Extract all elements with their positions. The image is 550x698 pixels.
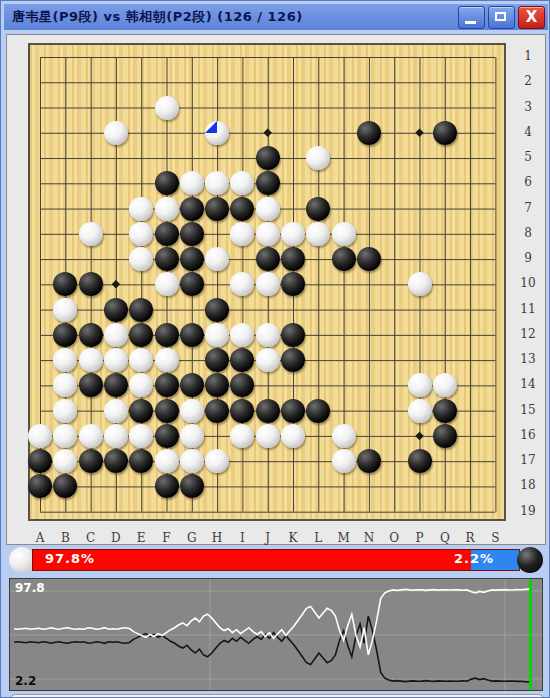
white-stone[interactable]: [79, 348, 103, 372]
column-label: O: [383, 531, 405, 545]
row-label: 6: [515, 175, 541, 189]
black-stone[interactable]: [28, 449, 52, 473]
black-stone[interactable]: [79, 373, 103, 397]
black-stone[interactable]: [408, 449, 432, 473]
row-label: 8: [515, 226, 541, 240]
graph-bottom-value: 2.2: [15, 674, 36, 688]
board-panel: ABCDEFGHIJKLMNOPQRS 12345678910111213141…: [6, 34, 546, 545]
black-stone[interactable]: [306, 197, 330, 221]
black-stone[interactable]: [357, 449, 381, 473]
winrate-graph[interactable]: 97.8 2.2: [9, 578, 543, 691]
black-stone[interactable]: [155, 474, 179, 498]
black-stone[interactable]: [104, 298, 128, 322]
black-stone[interactable]: [180, 373, 204, 397]
row-label: 2: [515, 74, 541, 88]
white-stone[interactable]: [281, 222, 305, 246]
white-stone[interactable]: [129, 424, 153, 448]
black-stone[interactable]: [256, 171, 280, 195]
white-stone[interactable]: [408, 399, 432, 423]
close-icon: X: [519, 8, 544, 27]
black-stone[interactable]: [230, 399, 254, 423]
white-stone[interactable]: [129, 222, 153, 246]
white-stone[interactable]: [256, 348, 280, 372]
row-label: 9: [515, 251, 541, 265]
black-stone[interactable]: [155, 424, 179, 448]
white-stone[interactable]: [104, 348, 128, 372]
column-label: M: [333, 531, 355, 545]
white-stone[interactable]: [104, 424, 128, 448]
black-stone[interactable]: [281, 348, 305, 372]
column-label: E: [130, 531, 152, 545]
black-stone[interactable]: [433, 424, 457, 448]
column-label: C: [80, 531, 102, 545]
column-label: H: [206, 531, 228, 545]
row-label: 5: [515, 150, 541, 164]
black-stone[interactable]: [180, 197, 204, 221]
black-stone[interactable]: [155, 373, 179, 397]
row-label: 18: [515, 478, 541, 492]
minimize-icon: [465, 21, 476, 24]
column-label: P: [409, 531, 431, 545]
column-label: S: [484, 531, 506, 545]
black-stone[interactable]: [306, 399, 330, 423]
column-label: R: [459, 531, 481, 545]
collapsed-panel-edge[interactable]: [9, 694, 545, 698]
black-stone[interactable]: [205, 298, 229, 322]
white-stone[interactable]: [433, 373, 457, 397]
white-stone[interactable]: [155, 272, 179, 296]
white-stone[interactable]: [205, 247, 229, 271]
black-stone[interactable]: [79, 449, 103, 473]
black-stone[interactable]: [332, 247, 356, 271]
white-stone[interactable]: [180, 171, 204, 195]
row-label: 11: [515, 302, 541, 316]
black-stone[interactable]: [256, 399, 280, 423]
black-stone[interactable]: [180, 247, 204, 271]
row-label: 17: [515, 453, 541, 467]
black-stone[interactable]: [357, 121, 381, 145]
row-label: 16: [515, 428, 541, 442]
white-stone[interactable]: [79, 424, 103, 448]
go-review-window: 唐韦星(P9段) vs 韩相朝(P2段) (126 / 126) X ABCDE…: [0, 0, 550, 698]
black-stone[interactable]: [205, 197, 229, 221]
black-stone[interactable]: [79, 272, 103, 296]
column-label: I: [231, 531, 253, 545]
white-stone[interactable]: [28, 424, 52, 448]
white-stone[interactable]: [53, 399, 77, 423]
window-title: 唐韦星(P9段) vs 韩相朝(P2段) (126 / 126): [4, 8, 303, 26]
white-stone[interactable]: [408, 373, 432, 397]
white-stone[interactable]: [256, 272, 280, 296]
white-stone[interactable]: [180, 449, 204, 473]
column-label: B: [54, 531, 76, 545]
white-stone[interactable]: [256, 424, 280, 448]
row-label: 14: [515, 377, 541, 391]
graph-top-value: 97.8: [15, 581, 45, 595]
white-stone[interactable]: [256, 222, 280, 246]
black-stone[interactable]: [281, 247, 305, 271]
black-stone[interactable]: [281, 399, 305, 423]
black-stone[interactable]: [357, 247, 381, 271]
black-player-stone-icon: [517, 547, 543, 573]
black-stone[interactable]: [104, 449, 128, 473]
go-board[interactable]: [28, 43, 506, 521]
column-label: Q: [434, 531, 456, 545]
white-stone[interactable]: [332, 424, 356, 448]
column-label: N: [358, 531, 380, 545]
minimize-button[interactable]: [458, 6, 485, 29]
row-label: 4: [515, 125, 541, 139]
row-label: 7: [515, 201, 541, 215]
column-label: A: [29, 531, 51, 545]
row-label: 10: [515, 276, 541, 290]
white-stone[interactable]: [205, 121, 229, 145]
white-stone[interactable]: [104, 121, 128, 145]
column-label: G: [181, 531, 203, 545]
title-bar[interactable]: 唐韦星(P9段) vs 韩相朝(P2段) (126 / 126) X: [4, 4, 548, 30]
last-move-marker-icon: [205, 121, 217, 133]
white-stone[interactable]: [408, 272, 432, 296]
white-stone[interactable]: [104, 399, 128, 423]
white-stone[interactable]: [180, 424, 204, 448]
white-stone[interactable]: [306, 222, 330, 246]
black-stone[interactable]: [53, 323, 77, 347]
white-stone[interactable]: [205, 323, 229, 347]
row-label: 12: [515, 327, 541, 341]
black-stone[interactable]: [79, 323, 103, 347]
black-stone[interactable]: [129, 323, 153, 347]
black-stone[interactable]: [180, 272, 204, 296]
white-stone[interactable]: [155, 96, 179, 120]
black-stone[interactable]: [180, 323, 204, 347]
white-winrate-label: 97.8%: [45, 551, 95, 566]
white-stone[interactable]: [332, 222, 356, 246]
maximize-button[interactable]: [488, 6, 515, 29]
white-stone[interactable]: [155, 197, 179, 221]
black-stone[interactable]: [180, 222, 204, 246]
black-winrate-label: 2.2%: [434, 551, 494, 566]
black-stone[interactable]: [433, 121, 457, 145]
row-label: 1: [515, 49, 541, 63]
black-stone[interactable]: [205, 399, 229, 423]
black-stone[interactable]: [155, 171, 179, 195]
black-stone[interactable]: [155, 323, 179, 347]
row-label: 15: [515, 403, 541, 417]
white-stone[interactable]: [155, 449, 179, 473]
white-stone[interactable]: [79, 222, 103, 246]
black-stone[interactable]: [281, 323, 305, 347]
black-stone[interactable]: [155, 222, 179, 246]
black-stone[interactable]: [129, 298, 153, 322]
column-label: F: [156, 531, 178, 545]
black-stone[interactable]: [256, 146, 280, 170]
black-stone[interactable]: [155, 399, 179, 423]
column-label: L: [307, 531, 329, 545]
white-stone[interactable]: [129, 197, 153, 221]
black-stone[interactable]: [129, 399, 153, 423]
column-label: J: [257, 531, 279, 545]
black-stone[interactable]: [230, 197, 254, 221]
row-label: 3: [515, 100, 541, 114]
white-stone[interactable]: [104, 323, 128, 347]
white-stone[interactable]: [256, 197, 280, 221]
column-label: K: [282, 531, 304, 545]
white-winrate-segment: [33, 550, 471, 570]
white-stone[interactable]: [256, 323, 280, 347]
white-stone[interactable]: [332, 449, 356, 473]
close-button[interactable]: X: [518, 6, 545, 29]
white-stone[interactable]: [281, 424, 305, 448]
white-stone[interactable]: [180, 399, 204, 423]
white-stone[interactable]: [53, 298, 77, 322]
black-stone[interactable]: [433, 399, 457, 423]
maximize-icon: [495, 12, 506, 21]
white-stone[interactable]: [155, 348, 179, 372]
row-label: 19: [515, 504, 541, 518]
black-stone[interactable]: [155, 247, 179, 271]
winrate-bar: 97.8% 2.2%: [9, 547, 543, 573]
black-stone[interactable]: [256, 247, 280, 271]
column-label: D: [105, 531, 127, 545]
row-label: 13: [515, 352, 541, 366]
